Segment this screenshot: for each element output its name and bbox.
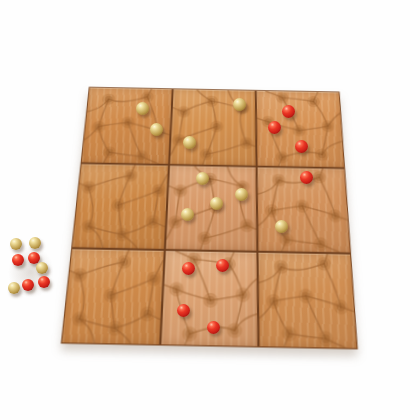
marble-red[interactable] <box>207 321 220 334</box>
marble-red[interactable] <box>177 304 190 317</box>
photo-background: { "game": "wooden path-tile marble board… <box>0 0 420 420</box>
marble-red[interactable] <box>282 105 295 118</box>
marble-red[interactable] <box>22 279 34 291</box>
marble-red[interactable] <box>12 254 24 266</box>
marble-red[interactable] <box>38 276 50 288</box>
marble-gold[interactable] <box>196 172 209 185</box>
marble-red[interactable] <box>268 121 281 134</box>
marble-gold[interactable] <box>136 102 149 115</box>
marble-gold[interactable] <box>150 123 163 136</box>
marble-gold[interactable] <box>181 208 194 221</box>
marble-gold[interactable] <box>210 197 223 210</box>
marble-gold[interactable] <box>36 262 48 274</box>
marble-red[interactable] <box>300 171 313 184</box>
marble-gold[interactable] <box>8 282 20 294</box>
marble-gold[interactable] <box>275 220 288 233</box>
photo-scene <box>0 0 420 420</box>
marble-gold[interactable] <box>233 98 246 111</box>
marble-red[interactable] <box>295 140 308 153</box>
marble-gold[interactable] <box>183 136 196 149</box>
marble-gold[interactable] <box>235 188 248 201</box>
marble-layer <box>0 0 420 420</box>
marble-red[interactable] <box>216 259 229 272</box>
marble-gold[interactable] <box>10 238 22 250</box>
marble-red[interactable] <box>182 262 195 275</box>
marble-gold[interactable] <box>29 237 41 249</box>
